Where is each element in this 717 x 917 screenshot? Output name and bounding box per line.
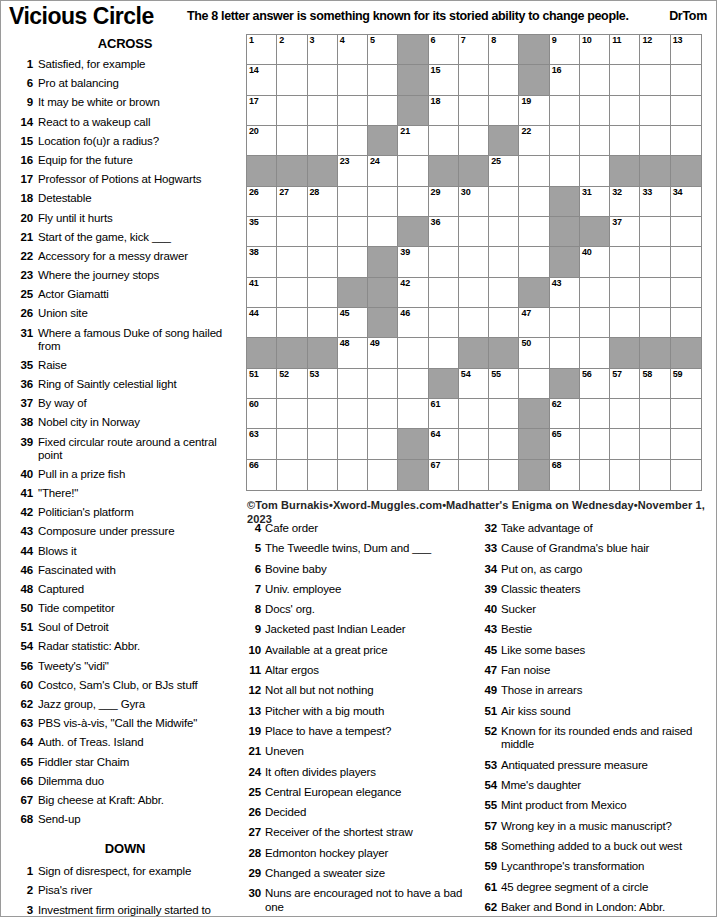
white-cell[interactable]: 36 (429, 217, 459, 247)
cell-number: 61 (431, 399, 441, 410)
white-cell[interactable] (640, 308, 670, 338)
clue-number: 61 (483, 881, 497, 895)
clue-item: 62Jazz group, ___ Gyra (7, 698, 243, 711)
white-cell[interactable] (640, 247, 670, 277)
white-cell[interactable] (640, 126, 670, 156)
black-cell (610, 156, 640, 186)
white-cell[interactable] (519, 369, 549, 399)
white-cell[interactable]: 52 (277, 369, 307, 399)
white-cell[interactable]: 22 (519, 126, 549, 156)
white-cell[interactable] (489, 96, 519, 126)
cell-number: 9 (552, 35, 557, 46)
white-cell[interactable]: 65 (550, 429, 580, 459)
white-cell[interactable] (368, 217, 398, 247)
black-cell (247, 156, 277, 186)
white-cell[interactable]: 21 (398, 126, 428, 156)
clue-text: By way of (38, 397, 243, 410)
clue-number: 25 (247, 786, 261, 800)
white-cell[interactable]: 34 (671, 187, 701, 217)
white-cell[interactable] (550, 96, 580, 126)
cell-number: 8 (491, 35, 496, 46)
white-cell[interactable] (519, 217, 549, 247)
black-cell (610, 338, 640, 368)
clue-number: 10 (247, 644, 261, 658)
white-cell[interactable]: 40 (580, 247, 610, 277)
white-cell[interactable] (338, 247, 368, 277)
clue-item: 32Take advantage of (483, 522, 715, 536)
clue-text: PBS vis-à-vis, "Call the Midwife" (38, 717, 243, 730)
clue-number: 45 (483, 644, 497, 658)
clue-item: 41"There!" (7, 487, 243, 500)
white-cell[interactable] (277, 65, 307, 95)
white-cell[interactable] (640, 460, 670, 490)
white-cell[interactable]: 23 (338, 156, 368, 186)
white-cell[interactable]: 41 (247, 278, 277, 308)
clue-item: 10Available at a great price (247, 644, 480, 658)
clue-text: Like some bases (501, 644, 715, 658)
white-cell[interactable]: 66 (247, 460, 277, 490)
clue-item: 38Nobel city in Norway (7, 416, 243, 429)
white-cell[interactable] (640, 399, 670, 429)
white-cell[interactable] (671, 65, 701, 95)
white-cell[interactable]: 31 (580, 187, 610, 217)
clue-number: 31 (7, 327, 33, 353)
white-cell[interactable] (640, 96, 670, 126)
clue-number: 15 (7, 135, 33, 148)
white-cell[interactable]: 1 (247, 35, 277, 65)
clue-item: 56Tweety's "vidi" (7, 660, 243, 673)
across-clue-list: 1Satisfied, for example6Pro at balancing… (7, 58, 243, 826)
white-cell[interactable]: 25 (489, 156, 519, 186)
white-cell[interactable] (671, 247, 701, 277)
white-cell[interactable]: 15 (429, 65, 459, 95)
white-cell[interactable] (489, 399, 519, 429)
cell-number: 11 (612, 35, 621, 46)
clue-text: Pro at balancing (38, 77, 243, 90)
white-cell[interactable] (610, 65, 640, 95)
white-cell[interactable]: 14 (247, 65, 277, 95)
white-cell[interactable] (277, 308, 307, 338)
clue-text: Fixed circular route around a central po… (38, 436, 243, 462)
white-cell[interactable] (671, 278, 701, 308)
clue-number: 49 (483, 684, 497, 698)
white-cell[interactable]: 68 (550, 460, 580, 490)
white-cell[interactable]: 64 (429, 429, 459, 459)
white-cell[interactable] (640, 429, 670, 459)
white-cell[interactable]: 54 (459, 369, 489, 399)
white-cell[interactable]: 44 (247, 308, 277, 338)
cell-number: 63 (249, 429, 259, 440)
crossword-page: Vicious Circle The 8 letter answer is so… (0, 0, 717, 917)
white-cell[interactable] (308, 247, 338, 277)
white-cell[interactable] (671, 217, 701, 247)
white-cell[interactable] (277, 96, 307, 126)
cell-number: 53 (310, 369, 320, 380)
white-cell[interactable] (308, 217, 338, 247)
cell-number: 51 (249, 369, 259, 380)
white-cell[interactable] (338, 126, 368, 156)
white-cell[interactable]: 56 (580, 369, 610, 399)
white-cell[interactable]: 53 (308, 369, 338, 399)
white-cell[interactable]: 35 (247, 217, 277, 247)
clue-number: 67 (7, 794, 33, 807)
clue-item: 68Send-up (7, 813, 243, 826)
white-cell[interactable] (489, 278, 519, 308)
black-cell (550, 247, 580, 277)
clue-text: "There!" (38, 487, 243, 500)
white-cell[interactable]: 47 (519, 308, 549, 338)
white-cell[interactable] (489, 308, 519, 338)
white-cell[interactable]: 24 (368, 156, 398, 186)
clue-number: 39 (7, 436, 33, 462)
white-cell[interactable]: 48 (338, 338, 368, 368)
white-cell[interactable] (398, 399, 428, 429)
white-cell[interactable] (489, 460, 519, 490)
clue-item: 22Accessory for a messy drawer (7, 250, 243, 263)
clue-text: Classic theaters (501, 583, 715, 597)
clue-number: 58 (483, 840, 497, 854)
white-cell[interactable] (277, 399, 307, 429)
clue-item: 5The Tweedle twins, Dum and ___ (247, 542, 480, 556)
white-cell[interactable]: 30 (459, 187, 489, 217)
white-cell[interactable] (550, 156, 580, 186)
white-cell[interactable] (489, 65, 519, 95)
clue-number: 20 (7, 212, 33, 225)
white-cell[interactable] (368, 96, 398, 126)
cell-number: 20 (249, 126, 259, 137)
white-cell[interactable] (429, 247, 459, 277)
clue-item: 26Decided (247, 806, 480, 820)
white-cell[interactable]: 38 (247, 247, 277, 277)
puzzle-hint: The 8 letter answer is something known f… (187, 8, 629, 24)
clue-item: 12Not all but not nothing (247, 684, 480, 698)
white-cell[interactable] (459, 308, 489, 338)
clue-item: 18Detestable (7, 192, 243, 205)
clue-text: Nobel city in Norway (38, 416, 243, 429)
white-cell[interactable]: 12 (640, 35, 670, 65)
white-cell[interactable] (308, 278, 338, 308)
cell-number: 30 (461, 187, 471, 198)
white-cell[interactable] (459, 65, 489, 95)
clue-number: 35 (7, 359, 33, 372)
clue-item: 49Those in arrears (483, 684, 715, 698)
white-cell[interactable]: 13 (671, 35, 701, 65)
white-cell[interactable] (368, 399, 398, 429)
white-cell[interactable] (610, 399, 640, 429)
white-cell[interactable] (338, 217, 368, 247)
white-cell[interactable] (277, 429, 307, 459)
white-cell[interactable]: 27 (277, 187, 307, 217)
white-cell[interactable] (580, 460, 610, 490)
white-cell[interactable]: 50 (519, 338, 549, 368)
clue-item: 48Captured (7, 583, 243, 596)
clue-item: 43Bestie (483, 623, 715, 637)
white-cell[interactable]: 20 (247, 126, 277, 156)
white-cell[interactable] (671, 429, 701, 459)
white-cell[interactable] (640, 278, 670, 308)
white-cell[interactable] (277, 126, 307, 156)
white-cell[interactable]: 58 (640, 369, 670, 399)
black-cell (519, 65, 549, 95)
white-cell[interactable] (610, 278, 640, 308)
white-cell[interactable]: 37 (610, 217, 640, 247)
clue-number: 62 (7, 698, 33, 711)
white-cell[interactable] (489, 429, 519, 459)
white-cell[interactable]: 28 (308, 187, 338, 217)
white-cell[interactable]: 45 (338, 308, 368, 338)
white-cell[interactable] (459, 429, 489, 459)
white-cell[interactable]: 29 (429, 187, 459, 217)
white-cell[interactable] (308, 126, 338, 156)
white-cell[interactable] (671, 126, 701, 156)
white-cell[interactable] (519, 247, 549, 277)
clue-item: 65Fiddler star Chaim (7, 756, 243, 769)
clue-text: Nuns are encouraged not to have a bad on… (265, 887, 480, 914)
clue-number: 43 (483, 623, 497, 637)
white-cell[interactable]: 18 (429, 96, 459, 126)
white-cell[interactable] (308, 96, 338, 126)
white-cell[interactable] (459, 247, 489, 277)
white-cell[interactable]: 8 (489, 35, 519, 65)
white-cell[interactable] (580, 96, 610, 126)
white-cell[interactable] (338, 369, 368, 399)
white-cell[interactable] (489, 247, 519, 277)
clue-text: Detestable (38, 192, 243, 205)
white-cell[interactable] (429, 126, 459, 156)
clue-text: Docs' org. (265, 603, 480, 617)
white-cell[interactable] (671, 399, 701, 429)
white-cell[interactable] (308, 399, 338, 429)
white-cell[interactable] (640, 65, 670, 95)
cell-number: 25 (491, 156, 501, 167)
clue-text: Politician's platform (38, 506, 243, 519)
white-cell[interactable] (368, 460, 398, 490)
white-cell[interactable] (459, 278, 489, 308)
white-cell[interactable] (459, 126, 489, 156)
clue-number: 41 (7, 487, 33, 500)
white-cell[interactable] (308, 460, 338, 490)
white-cell[interactable]: 39 (398, 247, 428, 277)
clue-text: Edmonton hockey player (265, 847, 480, 861)
white-cell[interactable]: 19 (519, 96, 549, 126)
white-cell[interactable]: 4 (338, 35, 368, 65)
clue-text: Send-up (38, 813, 243, 826)
clue-text: Mme's daughter (501, 779, 715, 793)
clue-text: Fly until it hurts (38, 212, 243, 225)
white-cell[interactable] (580, 65, 610, 95)
white-cell[interactable] (338, 460, 368, 490)
clue-item: 67Big cheese at Kraft: Abbr. (7, 794, 243, 807)
cell-number: 13 (673, 35, 683, 46)
clue-item: 62Baker and Bond in London: Abbr. (483, 901, 715, 915)
white-cell[interactable]: 3 (308, 35, 338, 65)
white-cell[interactable] (519, 187, 549, 217)
white-cell[interactable] (550, 126, 580, 156)
white-cell[interactable] (398, 338, 428, 368)
white-cell[interactable]: 62 (550, 399, 580, 429)
white-cell[interactable] (277, 460, 307, 490)
clue-text: Costco, Sam's Club, or BJs stuff (38, 679, 243, 692)
white-cell[interactable] (580, 338, 610, 368)
white-cell[interactable]: 10 (580, 35, 610, 65)
black-cell (277, 156, 307, 186)
white-cell[interactable]: 5 (368, 35, 398, 65)
clue-item: 53Antiquated pressure measure (483, 759, 715, 773)
clue-number: 33 (483, 542, 497, 556)
white-cell[interactable] (610, 247, 640, 277)
cell-number: 6 (431, 35, 436, 46)
white-cell[interactable] (277, 247, 307, 277)
white-cell[interactable]: 63 (247, 429, 277, 459)
white-cell[interactable] (429, 338, 459, 368)
white-cell[interactable] (489, 187, 519, 217)
clue-item: 19Place to have a tempest? (247, 725, 480, 739)
down-clues-column-3: 32Take advantage of33Cause of Grandma's … (483, 522, 715, 917)
white-cell[interactable]: 11 (610, 35, 640, 65)
white-cell[interactable] (338, 65, 368, 95)
white-cell[interactable] (580, 156, 610, 186)
cell-number: 47 (521, 308, 531, 319)
clue-item: 3Investment firm originally started to p… (7, 904, 243, 917)
white-cell[interactable] (308, 65, 338, 95)
clue-item: 37By way of (7, 397, 243, 410)
clue-number: 55 (483, 799, 497, 813)
white-cell[interactable]: 33 (640, 187, 670, 217)
clue-item: 59Lycanthrope's transformation (483, 860, 715, 874)
white-cell[interactable] (277, 217, 307, 247)
black-cell (429, 369, 459, 399)
white-cell[interactable] (429, 308, 459, 338)
white-cell[interactable] (368, 429, 398, 459)
clue-number: 19 (247, 725, 261, 739)
white-cell[interactable]: 51 (247, 369, 277, 399)
white-cell[interactable] (580, 308, 610, 338)
white-cell[interactable] (338, 96, 368, 126)
clue-number: 9 (247, 623, 261, 637)
clue-text: Those in arrears (501, 684, 715, 698)
white-cell[interactable] (338, 187, 368, 217)
white-cell[interactable] (429, 278, 459, 308)
white-cell[interactable] (368, 65, 398, 95)
clue-text: Jacketed past Indian Leader (265, 623, 480, 637)
white-cell[interactable] (489, 217, 519, 247)
white-cell[interactable]: 26 (247, 187, 277, 217)
white-cell[interactable] (610, 126, 640, 156)
cell-number: 62 (552, 399, 562, 410)
white-cell[interactable]: 2 (277, 35, 307, 65)
white-cell[interactable] (398, 369, 428, 399)
cell-number: 46 (400, 308, 410, 319)
clue-item: 6Bovine baby (247, 563, 480, 577)
white-cell[interactable]: 43 (550, 278, 580, 308)
white-cell[interactable] (580, 399, 610, 429)
white-cell[interactable] (580, 126, 610, 156)
white-cell[interactable]: 7 (459, 35, 489, 65)
clue-number: 21 (247, 745, 261, 759)
white-cell[interactable] (580, 278, 610, 308)
white-cell[interactable] (459, 96, 489, 126)
white-cell[interactable]: 67 (429, 460, 459, 490)
white-cell[interactable] (610, 429, 640, 459)
clue-number: 37 (7, 397, 33, 410)
clue-text: Raise (38, 359, 243, 372)
black-cell (308, 156, 338, 186)
cell-number: 26 (249, 187, 259, 198)
white-cell[interactable] (398, 187, 428, 217)
black-cell (277, 338, 307, 368)
white-cell[interactable]: 55 (489, 369, 519, 399)
clue-text: Pull in a prize fish (38, 468, 243, 481)
white-cell[interactable] (398, 156, 428, 186)
white-cell[interactable] (519, 156, 549, 186)
white-cell[interactable] (459, 460, 489, 490)
clue-number: 48 (7, 583, 33, 596)
white-cell[interactable] (368, 187, 398, 217)
clue-text: Univ. employee (265, 583, 480, 597)
white-cell[interactable]: 6 (429, 35, 459, 65)
white-cell[interactable]: 59 (671, 369, 701, 399)
white-cell[interactable] (671, 460, 701, 490)
white-cell[interactable] (338, 399, 368, 429)
black-cell (519, 399, 549, 429)
white-cell[interactable] (671, 96, 701, 126)
clue-number: 36 (7, 378, 33, 391)
white-cell[interactable] (550, 338, 580, 368)
clue-item: 24It often divides players (247, 766, 480, 780)
clue-number: 1 (7, 58, 33, 71)
clue-text: React to a wakeup call (38, 116, 243, 129)
white-cell[interactable]: 16 (550, 65, 580, 95)
white-cell[interactable]: 60 (247, 399, 277, 429)
clue-text: Decided (265, 806, 480, 820)
white-cell[interactable] (368, 369, 398, 399)
white-cell[interactable]: 17 (247, 96, 277, 126)
white-cell[interactable] (550, 308, 580, 338)
white-cell[interactable] (610, 96, 640, 126)
cell-number: 36 (431, 217, 441, 228)
clue-number: 12 (247, 684, 261, 698)
white-cell[interactable]: 61 (429, 399, 459, 429)
white-cell[interactable] (459, 217, 489, 247)
white-cell[interactable] (610, 460, 640, 490)
white-cell[interactable] (308, 429, 338, 459)
white-cell[interactable] (671, 308, 701, 338)
white-cell[interactable] (580, 429, 610, 459)
black-cell (247, 338, 277, 368)
black-cell (640, 156, 670, 186)
white-cell[interactable]: 49 (368, 338, 398, 368)
clue-text: Antiquated pressure measure (501, 759, 715, 773)
cell-number: 37 (612, 217, 622, 228)
white-cell[interactable] (610, 308, 640, 338)
white-cell[interactable] (459, 399, 489, 429)
white-cell[interactable]: 57 (610, 369, 640, 399)
white-cell[interactable]: 42 (398, 278, 428, 308)
cell-number: 4 (340, 35, 345, 46)
white-cell[interactable] (640, 217, 670, 247)
clue-text: Known for its rounded ends and raised mi… (501, 725, 715, 752)
clue-text: Actor Giamatti (38, 288, 243, 301)
cell-number: 32 (612, 187, 622, 198)
clue-number: 2 (7, 884, 33, 897)
white-cell[interactable] (277, 278, 307, 308)
white-cell[interactable] (338, 429, 368, 459)
white-cell[interactable]: 46 (398, 308, 428, 338)
white-cell[interactable]: 9 (550, 35, 580, 65)
white-cell[interactable]: 32 (610, 187, 640, 217)
clue-number: 47 (483, 664, 497, 678)
white-cell[interactable] (308, 308, 338, 338)
